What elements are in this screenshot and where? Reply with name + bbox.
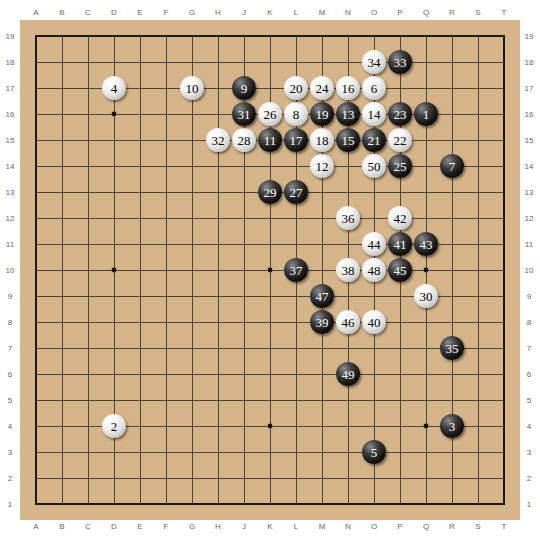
row-label: 6 <box>522 361 536 387</box>
stone-white-30: 30 <box>414 284 438 308</box>
row-label: 8 <box>522 309 536 335</box>
row-label: 14 <box>3 153 17 179</box>
column-label: A <box>23 8 49 20</box>
row-label: 2 <box>522 465 536 491</box>
move-number: 30 <box>420 290 433 303</box>
column-label: N <box>335 8 361 20</box>
move-number: 4 <box>111 82 118 95</box>
stone-black-33: 33 <box>388 50 412 74</box>
stone-black-49: 49 <box>336 362 360 386</box>
stone-white-26: 26 <box>258 102 282 126</box>
column-label: C <box>75 522 101 534</box>
column-label: A <box>23 522 49 534</box>
stone-black-7: 7 <box>440 154 464 178</box>
row-label: 7 <box>3 335 17 361</box>
stone-black-15: 15 <box>336 128 360 152</box>
column-labels-bottom: ABCDEFGHJKLMNOPQRST <box>23 522 517 534</box>
row-label: 12 <box>522 205 536 231</box>
row-label: 12 <box>3 205 17 231</box>
row-label: 9 <box>522 283 536 309</box>
stone-white-16: 16 <box>336 76 360 100</box>
column-label: J <box>231 522 257 534</box>
row-label: 10 <box>3 257 17 283</box>
move-number: 2 <box>111 420 118 433</box>
row-label: 19 <box>3 23 17 49</box>
stone-black-11: 11 <box>258 128 282 152</box>
column-labels-top: ABCDEFGHJKLMNOPQRST <box>23 8 517 20</box>
move-number: 40 <box>368 316 381 329</box>
stone-white-44: 44 <box>362 232 386 256</box>
move-number: 8 <box>293 108 300 121</box>
stone-black-13: 13 <box>336 102 360 126</box>
stone-white-20: 20 <box>284 76 308 100</box>
column-label: L <box>283 522 309 534</box>
stone-white-2: 2 <box>102 414 126 438</box>
row-label: 14 <box>522 153 536 179</box>
move-number: 34 <box>368 56 381 69</box>
move-number: 21 <box>368 134 381 147</box>
move-number: 16 <box>342 82 355 95</box>
column-label: Q <box>413 8 439 20</box>
stone-black-9: 9 <box>232 76 256 100</box>
move-number: 6 <box>371 82 378 95</box>
row-labels-right: 19181716151413121110987654321 <box>522 23 536 517</box>
row-label: 19 <box>522 23 536 49</box>
move-number: 49 <box>342 368 355 381</box>
column-label: R <box>439 8 465 20</box>
column-label: L <box>283 8 309 20</box>
stone-white-12: 12 <box>310 154 334 178</box>
column-label: O <box>361 8 387 20</box>
stone-white-50: 50 <box>362 154 386 178</box>
row-label: 16 <box>522 101 536 127</box>
move-number: 37 <box>290 264 303 277</box>
move-number: 1 <box>423 108 430 121</box>
stone-white-36: 36 <box>336 206 360 230</box>
move-number: 43 <box>420 238 433 251</box>
move-number: 39 <box>316 316 329 329</box>
stone-white-18: 18 <box>310 128 334 152</box>
stone-white-40: 40 <box>362 310 386 334</box>
stone-white-24: 24 <box>310 76 334 100</box>
move-number: 26 <box>264 108 277 121</box>
move-number: 7 <box>449 160 456 173</box>
move-number: 15 <box>342 134 355 147</box>
row-label: 17 <box>522 75 536 101</box>
row-label: 17 <box>3 75 17 101</box>
row-label: 5 <box>522 387 536 413</box>
row-label: 4 <box>3 413 17 439</box>
move-number: 42 <box>394 212 407 225</box>
move-number: 27 <box>290 186 303 199</box>
column-label: R <box>439 522 465 534</box>
stone-white-22: 22 <box>388 128 412 152</box>
column-label: B <box>49 522 75 534</box>
move-number: 48 <box>368 264 381 277</box>
move-number: 24 <box>316 82 329 95</box>
stone-black-27: 27 <box>284 180 308 204</box>
stone-white-6: 6 <box>362 76 386 100</box>
stone-white-46: 46 <box>336 310 360 334</box>
move-number: 35 <box>446 342 459 355</box>
column-label: B <box>49 8 75 20</box>
row-label: 18 <box>3 49 17 75</box>
stone-white-28: 28 <box>232 128 256 152</box>
column-label: T <box>491 522 517 534</box>
stone-white-8: 8 <box>284 102 308 126</box>
row-label: 1 <box>522 491 536 517</box>
column-label: K <box>257 8 283 20</box>
column-label: K <box>257 522 283 534</box>
column-label: C <box>75 8 101 20</box>
row-label: 11 <box>522 231 536 257</box>
column-label: D <box>101 8 127 20</box>
stone-white-34: 34 <box>362 50 386 74</box>
column-label: F <box>153 8 179 20</box>
stone-black-47: 47 <box>310 284 334 308</box>
row-label: 15 <box>3 127 17 153</box>
stone-black-39: 39 <box>310 310 334 334</box>
column-label: G <box>179 522 205 534</box>
move-number: 32 <box>212 134 225 147</box>
column-label: O <box>361 522 387 534</box>
column-label: E <box>127 8 153 20</box>
move-number: 9 <box>241 82 248 95</box>
stone-white-4: 4 <box>102 76 126 100</box>
stone-white-48: 48 <box>362 258 386 282</box>
stone-black-41: 41 <box>388 232 412 256</box>
stone-white-10: 10 <box>180 76 204 100</box>
stone-black-1: 1 <box>414 102 438 126</box>
column-label: D <box>101 522 127 534</box>
stone-white-42: 42 <box>388 206 412 230</box>
row-label: 13 <box>522 179 536 205</box>
column-label: Q <box>413 522 439 534</box>
move-number: 41 <box>394 238 407 251</box>
row-label: 8 <box>3 309 17 335</box>
stone-black-29: 29 <box>258 180 282 204</box>
move-number: 5 <box>371 446 378 459</box>
stone-black-3: 3 <box>440 414 464 438</box>
column-label: H <box>205 522 231 534</box>
move-number: 17 <box>290 134 303 147</box>
row-label: 13 <box>3 179 17 205</box>
column-label: M <box>309 522 335 534</box>
column-label: G <box>179 8 205 20</box>
move-number: 36 <box>342 212 355 225</box>
column-label: S <box>465 8 491 20</box>
move-number: 46 <box>342 316 355 329</box>
row-label: 7 <box>522 335 536 361</box>
move-number: 3 <box>449 420 456 433</box>
row-label: 6 <box>3 361 17 387</box>
move-number: 10 <box>186 82 199 95</box>
move-number: 12 <box>316 160 329 173</box>
row-label: 18 <box>522 49 536 75</box>
stone-black-23: 23 <box>388 102 412 126</box>
move-number: 19 <box>316 108 329 121</box>
row-label: 3 <box>522 439 536 465</box>
stone-black-25: 25 <box>388 154 412 178</box>
move-number: 33 <box>394 56 407 69</box>
column-label: H <box>205 8 231 20</box>
column-label: E <box>127 522 153 534</box>
stone-black-45: 45 <box>388 258 412 282</box>
column-label: M <box>309 8 335 20</box>
stone-white-38: 38 <box>336 258 360 282</box>
row-label: 5 <box>3 387 17 413</box>
move-number: 20 <box>290 82 303 95</box>
column-label: F <box>153 522 179 534</box>
row-label: 3 <box>3 439 17 465</box>
column-label: S <box>465 522 491 534</box>
stone-black-31: 31 <box>232 102 256 126</box>
move-number: 28 <box>238 134 251 147</box>
move-number: 29 <box>264 186 277 199</box>
row-label: 16 <box>3 101 17 127</box>
move-number: 31 <box>238 108 251 121</box>
move-number: 47 <box>316 290 329 303</box>
move-number: 45 <box>394 264 407 277</box>
move-number: 11 <box>264 134 277 147</box>
goban[interactable]: 1234567891011121314151617181920212223242… <box>23 23 517 517</box>
move-number: 14 <box>368 108 381 121</box>
stone-black-35: 35 <box>440 336 464 360</box>
move-number: 23 <box>394 108 407 121</box>
row-label: 11 <box>3 231 17 257</box>
row-label: 4 <box>522 413 536 439</box>
move-number: 22 <box>394 134 407 147</box>
move-number: 50 <box>368 160 381 173</box>
row-label: 15 <box>522 127 536 153</box>
column-label: T <box>491 8 517 20</box>
move-number: 18 <box>316 134 329 147</box>
stone-black-21: 21 <box>362 128 386 152</box>
stone-white-14: 14 <box>362 102 386 126</box>
move-number: 44 <box>368 238 381 251</box>
stone-black-17: 17 <box>284 128 308 152</box>
row-label: 1 <box>3 491 17 517</box>
stone-black-19: 19 <box>310 102 334 126</box>
row-label: 10 <box>522 257 536 283</box>
move-number: 13 <box>342 108 355 121</box>
stone-white-32: 32 <box>206 128 230 152</box>
stone-black-43: 43 <box>414 232 438 256</box>
column-label: P <box>387 522 413 534</box>
column-label: P <box>387 8 413 20</box>
move-number: 38 <box>342 264 355 277</box>
row-label: 9 <box>3 283 17 309</box>
column-label: J <box>231 8 257 20</box>
column-label: N <box>335 522 361 534</box>
row-labels-left: 19181716151413121110987654321 <box>3 23 17 517</box>
move-number: 25 <box>394 160 407 173</box>
row-label: 2 <box>3 465 17 491</box>
stone-black-5: 5 <box>362 440 386 464</box>
stone-black-37: 37 <box>284 258 308 282</box>
